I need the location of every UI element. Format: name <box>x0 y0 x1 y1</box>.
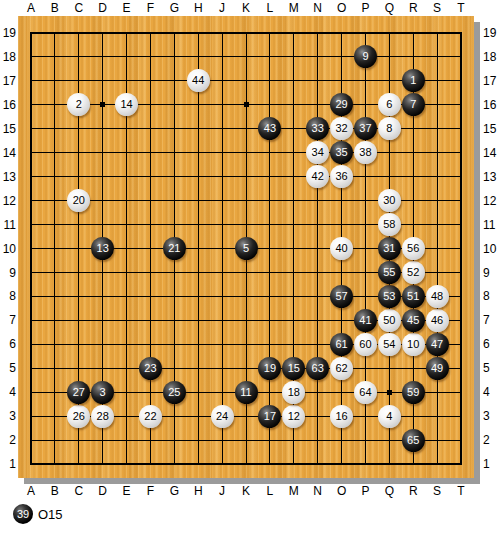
column-label-bottom: J <box>210 484 234 498</box>
stone-number: 53 <box>383 291 395 302</box>
stone-57-O8[interactable]: 57 <box>330 285 353 308</box>
column-label-bottom: C <box>67 484 91 498</box>
column-label-bottom: B <box>43 484 67 498</box>
stone-44-H17[interactable]: 44 <box>187 69 210 92</box>
row-label-left: 3 <box>0 408 16 424</box>
column-label-bottom: R <box>401 484 425 498</box>
stone-number: 4 <box>386 411 392 422</box>
column-label-top: T <box>449 1 473 15</box>
column-label-bottom: Q <box>377 484 401 498</box>
row-label-left: 7 <box>0 312 16 328</box>
stone-number: 35 <box>335 147 347 158</box>
stone-16-O3[interactable]: 16 <box>330 405 353 428</box>
stone-46-S7[interactable]: 46 <box>426 309 449 332</box>
go-kifu-diagram: 1234567891011121314151617181920212223242… <box>0 0 500 537</box>
star-point <box>100 102 105 107</box>
stone-64-P4[interactable]: 64 <box>354 381 377 404</box>
stone-number: 59 <box>407 387 419 398</box>
grid-line-vertical <box>437 33 438 464</box>
row-label-right: 2 <box>483 432 500 448</box>
row-label-left: 18 <box>0 49 16 65</box>
caption-move-39: 39 O15 <box>13 504 63 524</box>
row-label-left: 2 <box>0 432 16 448</box>
column-label-bottom: T <box>449 484 473 498</box>
stone-22-F3[interactable]: 22 <box>139 405 162 428</box>
column-label-top: A <box>19 1 43 15</box>
stone-number: 46 <box>431 315 443 326</box>
column-label-bottom: O <box>330 484 354 498</box>
stone-48-S8[interactable]: 48 <box>426 285 449 308</box>
stone-number: 51 <box>407 291 419 302</box>
stone-number: 22 <box>144 411 156 422</box>
stone-number: 36 <box>335 171 347 182</box>
stone-number: 27 <box>73 387 85 398</box>
stone-number: 57 <box>335 291 347 302</box>
row-label-left: 8 <box>0 288 16 304</box>
stone-17-L3[interactable]: 17 <box>258 405 281 428</box>
star-point <box>244 102 249 107</box>
stone-number: 21 <box>168 243 180 254</box>
row-label-left: 1 <box>0 456 16 472</box>
column-label-top: B <box>43 1 67 15</box>
column-label-top: S <box>425 1 449 15</box>
stone-number: 38 <box>359 147 371 158</box>
column-label-bottom: L <box>258 484 282 498</box>
column-label-bottom: D <box>91 484 115 498</box>
stone-number: 12 <box>288 411 300 422</box>
row-label-right: 19 <box>483 25 500 41</box>
stone-number: 40 <box>335 243 347 254</box>
row-label-right: 15 <box>483 121 500 137</box>
stone-number: 31 <box>383 243 395 254</box>
stone-number: 13 <box>97 243 109 254</box>
stone-number: 48 <box>431 291 443 302</box>
stone-number: 14 <box>120 99 132 110</box>
stone-number: 5 <box>243 243 249 254</box>
row-label-left: 16 <box>0 97 16 113</box>
row-label-left: 6 <box>0 336 16 352</box>
stone-21-G10[interactable]: 21 <box>163 237 186 260</box>
caption-stone-black: 39 <box>13 504 33 524</box>
stone-55-Q9[interactable]: 55 <box>378 261 401 284</box>
caption-move-point: O15 <box>38 507 63 522</box>
stone-number: 16 <box>335 411 347 422</box>
stone-number: 42 <box>312 171 324 182</box>
row-label-right: 5 <box>483 360 500 376</box>
row-label-right: 9 <box>483 265 500 281</box>
column-label-top: H <box>186 1 210 15</box>
column-label-bottom: F <box>138 484 162 498</box>
stone-30-Q12[interactable]: 30 <box>378 189 401 212</box>
stone-3-D4[interactable]: 3 <box>91 381 114 404</box>
stone-27-C4[interactable]: 27 <box>67 381 90 404</box>
row-label-left: 13 <box>0 169 16 185</box>
stone-number: 44 <box>192 75 204 86</box>
stone-number: 65 <box>407 435 419 446</box>
stone-number: 37 <box>359 123 371 134</box>
stone-number: 9 <box>362 51 368 62</box>
stone-8-Q15[interactable]: 8 <box>378 117 401 140</box>
stone-63-N5[interactable]: 63 <box>306 357 329 380</box>
grid-line-vertical <box>269 33 270 464</box>
star-point <box>387 390 392 395</box>
row-label-left: 17 <box>0 73 16 89</box>
stone-41-P7[interactable]: 41 <box>354 309 377 332</box>
grid-line-vertical <box>317 33 318 464</box>
stone-number: 1 <box>410 75 416 86</box>
stone-number: 24 <box>216 411 228 422</box>
stone-number: 64 <box>359 387 371 398</box>
column-label-top: L <box>258 1 282 15</box>
stone-number: 32 <box>335 123 347 134</box>
grid-line-horizontal <box>31 368 461 369</box>
stone-number: 45 <box>407 315 419 326</box>
stone-47-S6[interactable]: 47 <box>426 333 449 356</box>
stone-number: 43 <box>264 123 276 134</box>
stone-12-M3[interactable]: 12 <box>282 405 305 428</box>
row-label-left: 11 <box>0 217 16 233</box>
row-label-right: 7 <box>483 312 500 328</box>
stone-number: 2 <box>76 99 82 110</box>
stone-52-R9[interactable]: 52 <box>402 261 425 284</box>
stone-number: 25 <box>168 387 180 398</box>
stone-number: 15 <box>288 363 300 374</box>
row-label-right: 11 <box>483 217 500 233</box>
row-label-right: 12 <box>483 193 500 209</box>
row-label-left: 19 <box>0 25 16 41</box>
row-label-left: 15 <box>0 121 16 137</box>
stone-number: 17 <box>264 411 276 422</box>
stone-number: 56 <box>407 243 419 254</box>
stone-45-R7[interactable]: 45 <box>402 309 425 332</box>
stone-number: 29 <box>335 99 347 110</box>
column-label-top: O <box>330 1 354 15</box>
row-label-right: 6 <box>483 336 500 352</box>
stone-number: 3 <box>100 387 106 398</box>
stone-54-Q6[interactable]: 54 <box>378 333 401 356</box>
column-label-top: F <box>138 1 162 15</box>
stone-49-S5[interactable]: 49 <box>426 357 449 380</box>
stone-59-R4[interactable]: 59 <box>402 381 425 404</box>
stone-40-O10[interactable]: 40 <box>330 237 353 260</box>
column-label-bottom: N <box>306 484 330 498</box>
column-label-top: R <box>401 1 425 15</box>
stone-56-R10[interactable]: 56 <box>402 237 425 260</box>
stone-23-F5[interactable]: 23 <box>139 357 162 380</box>
stone-65-R2[interactable]: 65 <box>402 429 425 452</box>
stone-number: 7 <box>410 99 416 110</box>
stone-number: 52 <box>407 267 419 278</box>
caption-stone-number: 39 <box>17 508 29 520</box>
column-label-top: Q <box>377 1 401 15</box>
row-label-right: 10 <box>483 241 500 257</box>
column-label-bottom: A <box>19 484 43 498</box>
stone-number: 41 <box>359 315 371 326</box>
row-label-left: 12 <box>0 193 16 209</box>
stone-11-K4[interactable]: 11 <box>235 381 258 404</box>
stone-number: 61 <box>335 339 347 350</box>
row-label-left: 9 <box>0 265 16 281</box>
stone-number: 58 <box>383 219 395 230</box>
row-label-left: 5 <box>0 360 16 376</box>
stone-number: 30 <box>383 195 395 206</box>
stone-number: 60 <box>359 339 371 350</box>
row-label-right: 8 <box>483 288 500 304</box>
column-label-top: C <box>67 1 91 15</box>
stone-number: 20 <box>73 195 85 206</box>
stone-26-C3[interactable]: 26 <box>67 405 90 428</box>
row-label-right: 16 <box>483 97 500 113</box>
stone-number: 63 <box>312 363 324 374</box>
stone-60-P6[interactable]: 60 <box>354 333 377 356</box>
stone-number: 11 <box>240 387 251 398</box>
column-label-top: G <box>162 1 186 15</box>
column-label-bottom: S <box>425 484 449 498</box>
stone-number: 18 <box>288 387 300 398</box>
row-label-right: 17 <box>483 73 500 89</box>
stone-7-R16[interactable]: 7 <box>402 93 425 116</box>
stone-number: 62 <box>335 363 347 374</box>
column-label-top: N <box>306 1 330 15</box>
row-label-left: 10 <box>0 241 16 257</box>
stone-58-Q11[interactable]: 58 <box>378 213 401 236</box>
column-label-top: D <box>91 1 115 15</box>
stone-5-K10[interactable]: 5 <box>235 237 258 260</box>
column-label-bottom: G <box>162 484 186 498</box>
stone-number: 6 <box>386 99 392 110</box>
stone-1-R17[interactable]: 1 <box>402 69 425 92</box>
stone-51-R8[interactable]: 51 <box>402 285 425 308</box>
stone-number: 47 <box>431 339 443 350</box>
stone-number: 10 <box>407 339 419 350</box>
row-label-right: 4 <box>483 384 500 400</box>
stone-number: 55 <box>383 267 395 278</box>
row-label-right: 14 <box>483 145 500 161</box>
stone-number: 23 <box>144 363 156 374</box>
column-label-bottom: E <box>115 484 139 498</box>
stone-number: 19 <box>264 363 276 374</box>
stone-4-Q3[interactable]: 4 <box>378 405 401 428</box>
stone-number: 28 <box>97 411 109 422</box>
stone-number: 34 <box>312 147 324 158</box>
row-label-left: 4 <box>0 384 16 400</box>
stone-61-O6[interactable]: 61 <box>330 333 353 356</box>
row-label-right: 18 <box>483 49 500 65</box>
grid-line-horizontal <box>31 440 461 441</box>
stone-10-R6[interactable]: 10 <box>402 333 425 356</box>
stone-number: 33 <box>312 123 324 134</box>
column-label-top: P <box>353 1 377 15</box>
stone-number: 49 <box>431 363 443 374</box>
column-label-top: J <box>210 1 234 15</box>
column-label-top: K <box>234 1 258 15</box>
column-label-top: M <box>282 1 306 15</box>
stone-15-M5[interactable]: 15 <box>282 357 305 380</box>
stone-50-Q7[interactable]: 50 <box>378 309 401 332</box>
row-label-right: 13 <box>483 169 500 185</box>
stone-number: 8 <box>386 123 392 134</box>
stone-31-Q10[interactable]: 31 <box>378 237 401 260</box>
stone-25-G4[interactable]: 25 <box>163 381 186 404</box>
column-label-bottom: P <box>353 484 377 498</box>
row-label-right: 1 <box>483 456 500 472</box>
row-label-right: 3 <box>483 408 500 424</box>
stone-18-M4[interactable]: 18 <box>282 381 305 404</box>
column-label-top: E <box>115 1 139 15</box>
stone-28-D3[interactable]: 28 <box>91 405 114 428</box>
stone-number: 26 <box>73 411 85 422</box>
column-label-bottom: M <box>282 484 306 498</box>
stone-24-J3[interactable]: 24 <box>211 405 234 428</box>
stone-number: 50 <box>383 315 395 326</box>
column-label-bottom: H <box>186 484 210 498</box>
column-label-bottom: K <box>234 484 258 498</box>
stone-53-Q8[interactable]: 53 <box>378 285 401 308</box>
row-label-left: 14 <box>0 145 16 161</box>
stone-62-O5[interactable]: 62 <box>330 357 353 380</box>
stone-number: 54 <box>383 339 395 350</box>
